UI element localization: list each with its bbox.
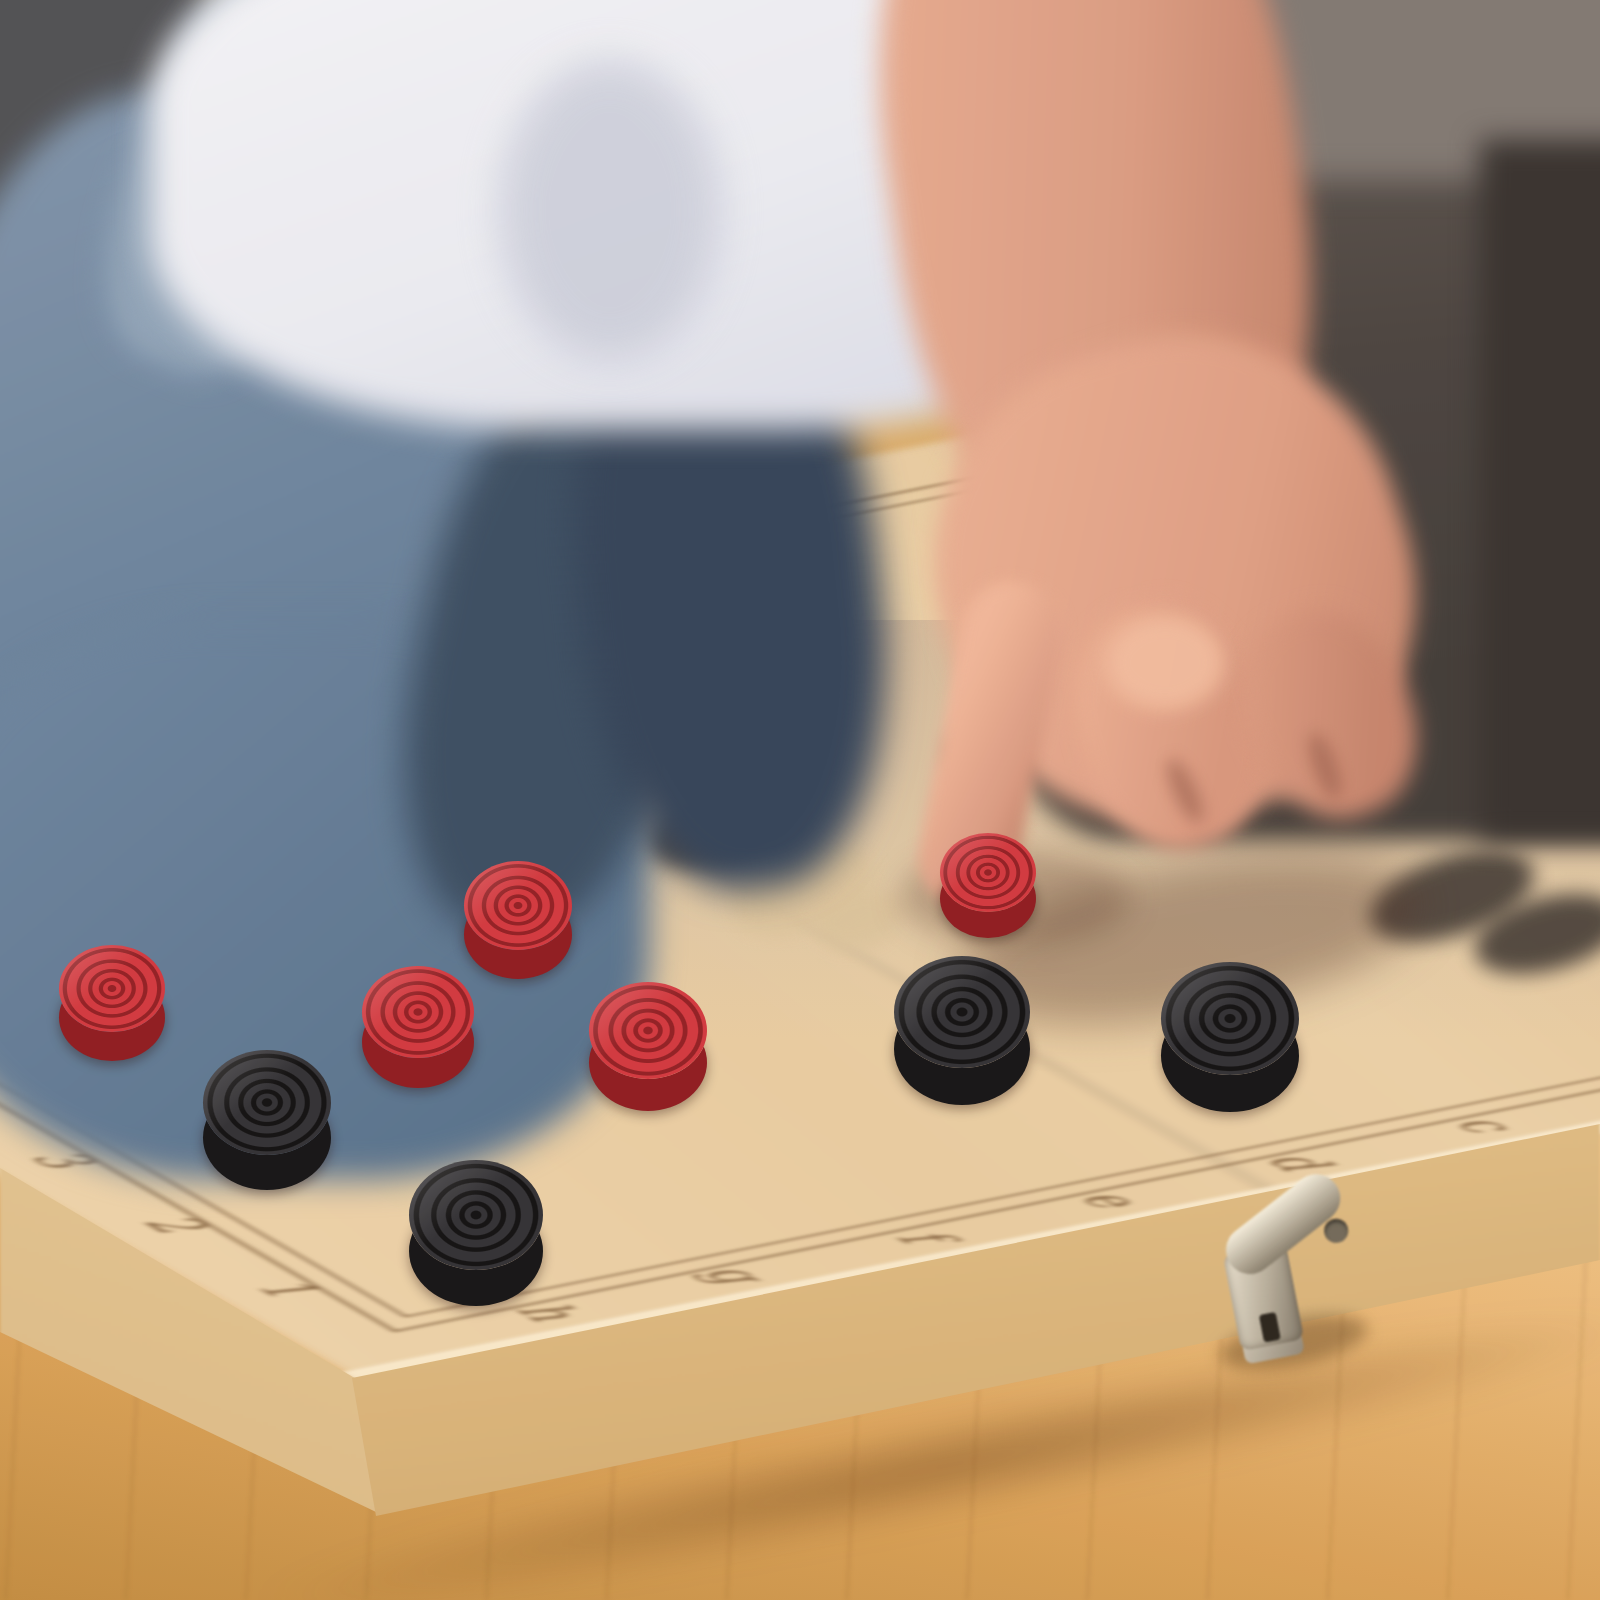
checkers-photo-scene: hgfedc123 ⛂⛂⛂⛂⛂⛀⛀⛀⛀ <box>0 0 1600 1600</box>
red-checker-f6[interactable]: ⛂ <box>464 861 572 979</box>
red-checker-top <box>464 861 572 950</box>
metal-clasp[interactable] <box>1191 1206 1398 1397</box>
red-checker-f4[interactable]: ⛂ <box>589 982 707 1111</box>
sofa-right-edge <box>1480 140 1600 840</box>
black-checker-top <box>203 1050 331 1155</box>
red-checker-top <box>589 982 707 1079</box>
clasp-arm-hole <box>1322 1217 1350 1245</box>
black-checker-top <box>409 1160 543 1270</box>
black-checker-h1[interactable]: ⛀ <box>409 1160 543 1306</box>
knuckle-highlight <box>1105 615 1225 710</box>
red-checker-top <box>362 966 474 1058</box>
red-checker-h6[interactable]: ⛂ <box>59 945 165 1061</box>
black-checker-e3[interactable]: ⛀ <box>894 956 1030 1105</box>
black-checker-c2[interactable]: ⛀ <box>1161 962 1299 1112</box>
black-checker-h3[interactable]: ⛀ <box>203 1050 331 1190</box>
red-checker-g5[interactable]: ⛂ <box>362 966 474 1088</box>
red-checker-top <box>940 833 1036 912</box>
sleeve-fold <box>500 60 720 360</box>
black-checker-top <box>1161 962 1299 1075</box>
red-checker-top <box>59 945 165 1032</box>
red-checker-d5[interactable]: ⛂ <box>940 833 1036 938</box>
black-checker-top <box>894 956 1030 1068</box>
